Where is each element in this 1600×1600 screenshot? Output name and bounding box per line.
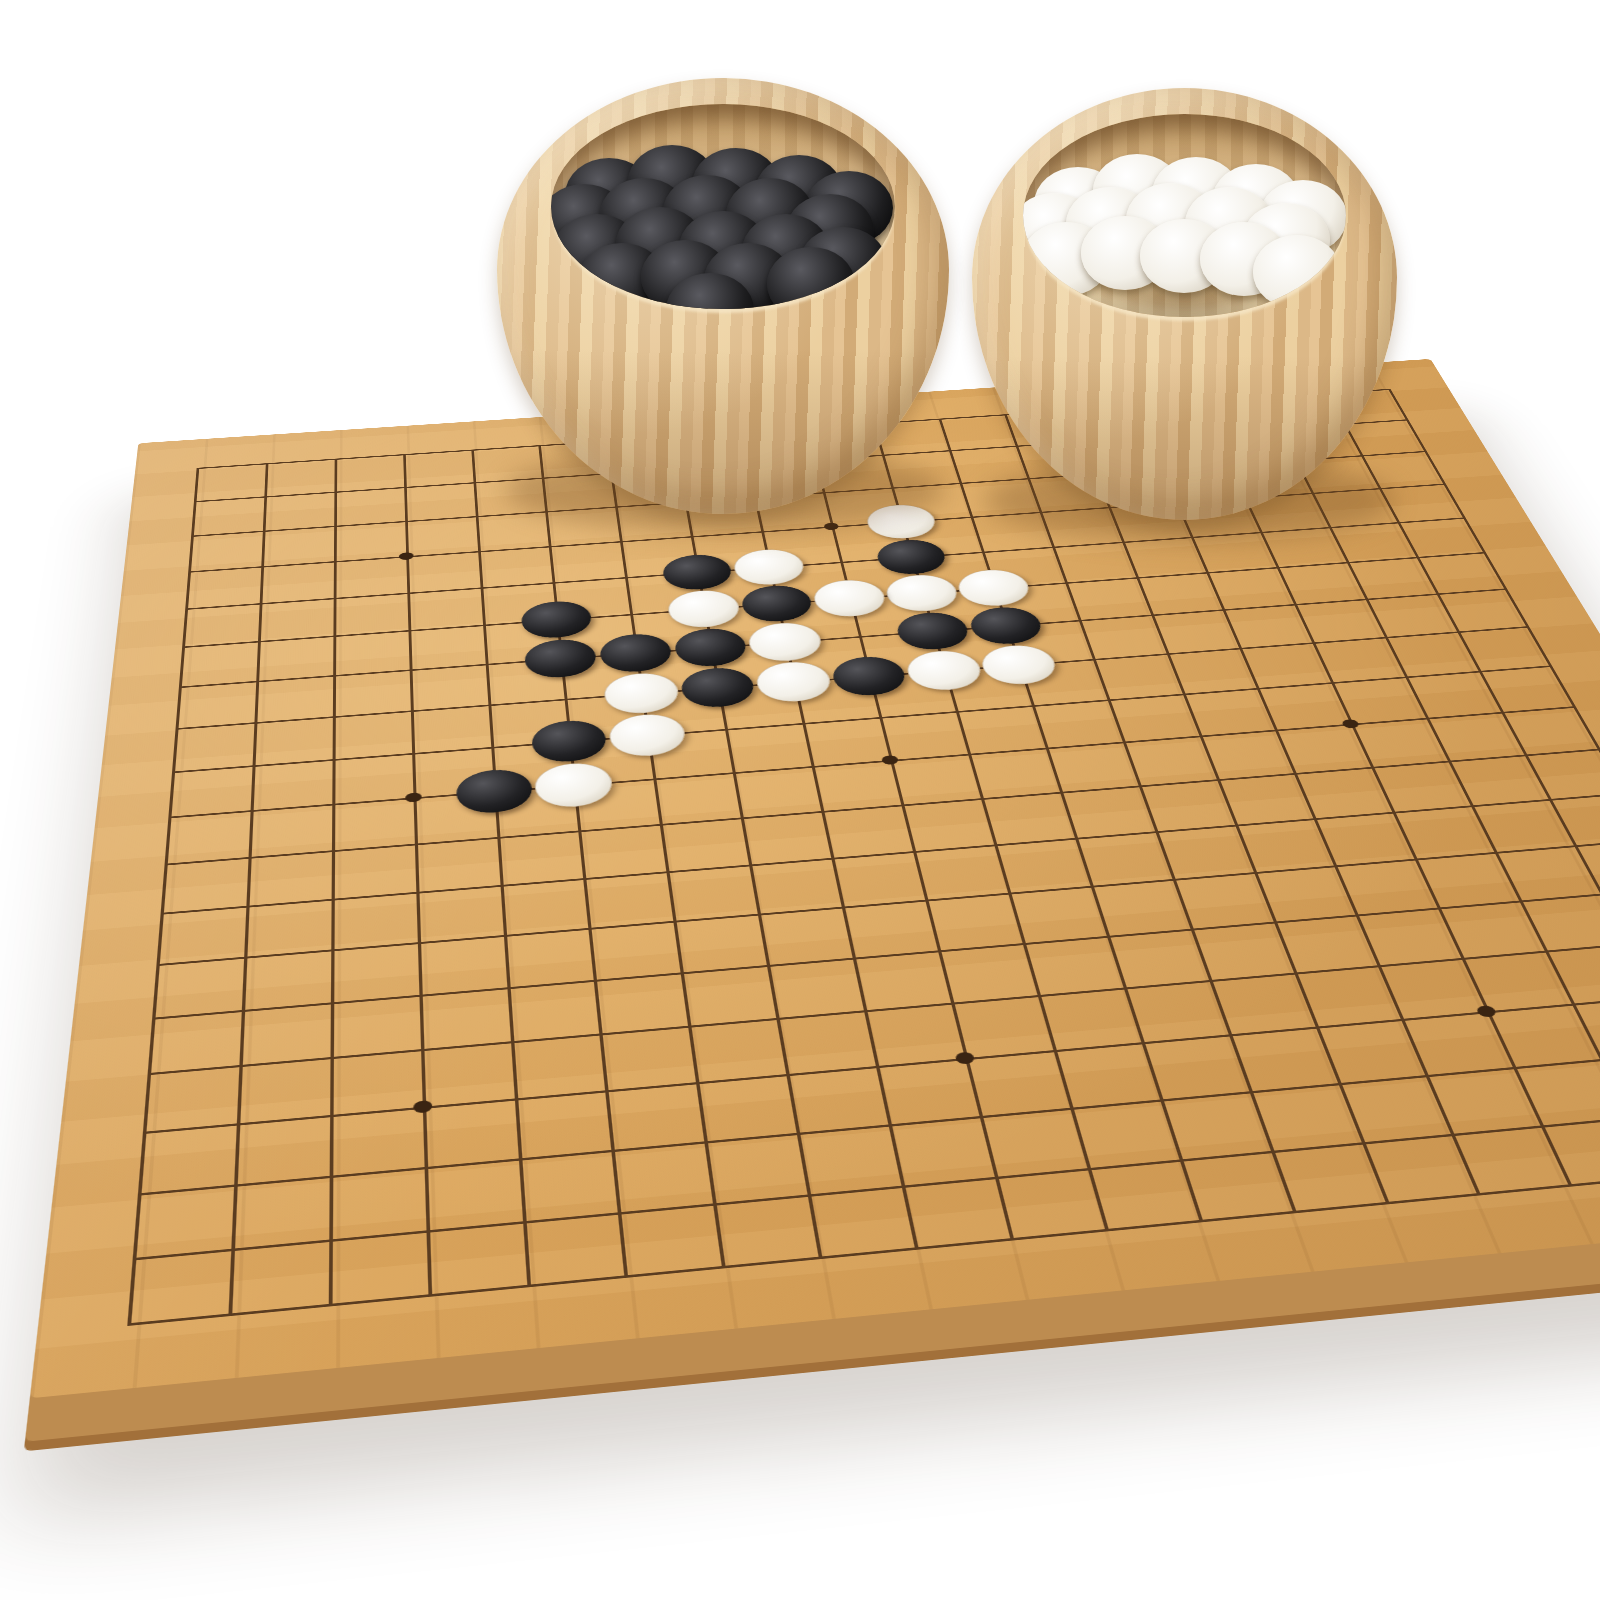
white-stone — [882, 573, 962, 614]
white-stone — [953, 568, 1034, 609]
star-point — [1341, 719, 1360, 729]
black-stone — [455, 767, 533, 815]
white-stone — [607, 712, 688, 759]
star-point — [399, 552, 414, 560]
white-stone — [666, 588, 743, 630]
go-set-photo — [0, 0, 1600, 1600]
black-stone — [673, 627, 749, 669]
star-point — [1476, 1005, 1499, 1018]
white-stone — [753, 660, 834, 705]
black-stone — [829, 655, 909, 698]
black-stone — [739, 584, 815, 624]
white-stone — [602, 671, 681, 716]
star-point — [413, 1100, 432, 1114]
stones-layer — [127, 389, 1600, 1326]
white-stone — [534, 761, 615, 810]
black-stone — [661, 553, 734, 592]
white-stone — [977, 643, 1061, 687]
black-stone — [893, 611, 972, 652]
star-point — [955, 1052, 976, 1065]
black-stone — [521, 599, 594, 640]
star-point — [881, 755, 899, 765]
black-bowl-opening — [551, 104, 895, 309]
black-stone-heap — [565, 166, 881, 309]
white-stone-heap — [1036, 175, 1333, 317]
black-stone — [598, 632, 673, 674]
black-stone — [966, 605, 1046, 646]
white-stone — [903, 649, 986, 693]
black-stone — [531, 718, 609, 764]
white-stone — [731, 547, 807, 587]
black-stone — [873, 538, 949, 576]
white-stone — [746, 621, 825, 664]
star-point — [405, 792, 422, 802]
black-stone — [524, 638, 599, 680]
black-stone — [679, 666, 757, 710]
white-stone — [810, 578, 889, 619]
white-bowl-opening — [1023, 114, 1346, 317]
white-bowl-stone — [1253, 235, 1341, 309]
